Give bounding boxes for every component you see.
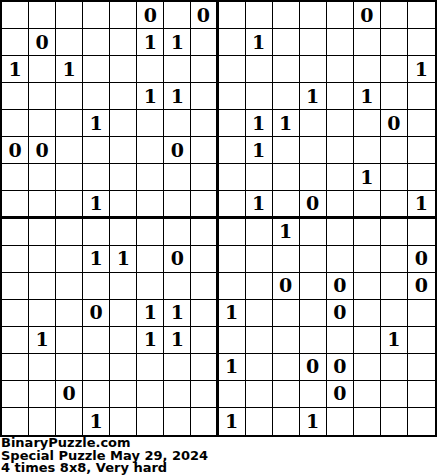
empty-cell[interactable]	[83, 29, 110, 56]
given-cell: 1	[273, 110, 300, 137]
empty-cell[interactable]	[219, 381, 246, 408]
empty-cell[interactable]	[273, 408, 300, 435]
empty-cell[interactable]	[354, 354, 381, 381]
empty-cell[interactable]	[408, 2, 435, 29]
given-cell: 1	[381, 327, 408, 354]
given-cell: 1	[29, 327, 56, 354]
empty-cell[interactable]	[83, 83, 110, 110]
empty-cell[interactable]	[219, 56, 246, 83]
empty-cell[interactable]	[56, 408, 83, 435]
empty-cell[interactable]	[327, 56, 354, 83]
empty-cell[interactable]	[381, 273, 408, 300]
empty-cell[interactable]	[137, 246, 164, 273]
empty-cell[interactable]	[191, 164, 218, 191]
empty-cell[interactable]	[408, 164, 435, 191]
empty-cell[interactable]	[300, 56, 327, 83]
empty-cell[interactable]	[327, 83, 354, 110]
empty-cell[interactable]	[2, 300, 29, 327]
empty-cell[interactable]	[219, 110, 246, 137]
empty-cell[interactable]	[246, 83, 273, 110]
empty-cell[interactable]	[29, 2, 56, 29]
empty-cell[interactable]	[110, 137, 137, 164]
empty-cell[interactable]	[300, 273, 327, 300]
empty-cell[interactable]	[381, 408, 408, 435]
empty-cell[interactable]	[110, 300, 137, 327]
empty-cell[interactable]	[381, 29, 408, 56]
empty-cell[interactable]	[327, 246, 354, 273]
given-cell: 1	[354, 83, 381, 110]
empty-cell[interactable]	[29, 219, 56, 246]
empty-cell[interactable]	[2, 354, 29, 381]
empty-cell[interactable]	[408, 83, 435, 110]
given-cell: 0	[354, 2, 381, 29]
empty-cell[interactable]	[300, 110, 327, 137]
empty-cell[interactable]	[83, 2, 110, 29]
empty-cell[interactable]	[191, 219, 218, 246]
empty-cell[interactable]	[219, 246, 246, 273]
empty-cell[interactable]	[83, 273, 110, 300]
given-cell: 0	[137, 2, 164, 29]
given-cell: 1	[219, 300, 246, 327]
given-cell: 0	[273, 273, 300, 300]
empty-cell[interactable]	[2, 164, 29, 191]
given-cell: 1	[83, 246, 110, 273]
empty-cell[interactable]	[381, 246, 408, 273]
given-cell: 0	[408, 246, 435, 273]
empty-cell[interactable]	[56, 83, 83, 110]
empty-cell[interactable]	[354, 29, 381, 56]
empty-cell[interactable]	[56, 2, 83, 29]
given-cell: 0	[327, 354, 354, 381]
empty-cell[interactable]	[381, 219, 408, 246]
empty-cell[interactable]	[273, 246, 300, 273]
empty-cell[interactable]	[219, 191, 246, 218]
empty-cell[interactable]	[408, 300, 435, 327]
given-cell: 1	[219, 354, 246, 381]
empty-cell[interactable]	[56, 354, 83, 381]
empty-cell[interactable]	[2, 29, 29, 56]
empty-cell[interactable]	[381, 83, 408, 110]
given-cell: 1	[273, 219, 300, 246]
given-cell: 1	[408, 191, 435, 218]
empty-cell[interactable]	[110, 327, 137, 354]
given-cell: 0	[29, 137, 56, 164]
empty-cell[interactable]	[354, 137, 381, 164]
empty-cell[interactable]	[110, 83, 137, 110]
empty-cell[interactable]	[29, 354, 56, 381]
given-cell: 0	[164, 246, 191, 273]
empty-cell[interactable]	[83, 137, 110, 164]
empty-cell[interactable]	[2, 327, 29, 354]
given-cell: 0	[83, 300, 110, 327]
given-cell: 1	[300, 83, 327, 110]
empty-cell[interactable]	[354, 56, 381, 83]
empty-cell[interactable]	[219, 2, 246, 29]
binary-puzzle-board: 0000111111111111100001111011110000001110…	[0, 0, 437, 437]
empty-cell[interactable]	[137, 56, 164, 83]
empty-cell[interactable]	[56, 191, 83, 218]
empty-cell[interactable]	[300, 219, 327, 246]
empty-cell[interactable]	[300, 2, 327, 29]
empty-cell[interactable]	[29, 300, 56, 327]
given-cell: 1	[164, 300, 191, 327]
empty-cell[interactable]	[354, 381, 381, 408]
given-cell: 0	[327, 381, 354, 408]
empty-cell[interactable]	[219, 327, 246, 354]
empty-cell[interactable]	[29, 246, 56, 273]
given-cell: 0	[164, 137, 191, 164]
empty-cell[interactable]	[354, 246, 381, 273]
empty-cell[interactable]	[246, 273, 273, 300]
empty-cell[interactable]	[83, 219, 110, 246]
empty-cell[interactable]	[110, 273, 137, 300]
given-cell: 1	[164, 83, 191, 110]
empty-cell[interactable]	[246, 246, 273, 273]
empty-cell[interactable]	[300, 137, 327, 164]
empty-cell[interactable]	[83, 354, 110, 381]
empty-cell[interactable]	[83, 56, 110, 83]
empty-cell[interactable]	[408, 110, 435, 137]
given-cell: 1	[164, 327, 191, 354]
empty-cell[interactable]	[110, 110, 137, 137]
empty-cell[interactable]	[327, 29, 354, 56]
empty-cell[interactable]	[327, 164, 354, 191]
given-cell: 0	[56, 381, 83, 408]
empty-cell[interactable]	[273, 381, 300, 408]
given-cell: 1	[2, 56, 29, 83]
empty-cell[interactable]	[300, 381, 327, 408]
given-cell: 1	[83, 408, 110, 435]
empty-cell[interactable]	[327, 137, 354, 164]
empty-cell[interactable]	[29, 110, 56, 137]
empty-cell[interactable]	[408, 327, 435, 354]
empty-cell[interactable]	[2, 2, 29, 29]
empty-cell[interactable]	[110, 354, 137, 381]
given-cell: 1	[408, 56, 435, 83]
empty-cell[interactable]	[110, 381, 137, 408]
empty-cell[interactable]	[164, 354, 191, 381]
given-cell: 1	[246, 191, 273, 218]
empty-cell[interactable]	[273, 300, 300, 327]
empty-cell[interactable]	[246, 2, 273, 29]
empty-cell[interactable]	[110, 2, 137, 29]
empty-cell[interactable]	[137, 137, 164, 164]
given-cell: 1	[137, 29, 164, 56]
empty-cell[interactable]	[56, 300, 83, 327]
empty-cell[interactable]	[137, 164, 164, 191]
empty-cell[interactable]	[381, 164, 408, 191]
given-cell: 0	[2, 137, 29, 164]
given-cell: 1	[56, 56, 83, 83]
empty-cell[interactable]	[381, 191, 408, 218]
empty-cell[interactable]	[164, 164, 191, 191]
empty-cell[interactable]	[2, 83, 29, 110]
empty-cell[interactable]	[354, 408, 381, 435]
empty-cell[interactable]	[408, 137, 435, 164]
given-cell: 1	[137, 300, 164, 327]
empty-cell[interactable]	[191, 110, 218, 137]
empty-cell[interactable]	[273, 354, 300, 381]
empty-cell[interactable]	[273, 83, 300, 110]
empty-cell[interactable]	[2, 191, 29, 218]
empty-cell[interactable]	[110, 56, 137, 83]
empty-cell[interactable]	[273, 164, 300, 191]
empty-cell[interactable]	[191, 300, 218, 327]
given-cell: 0	[191, 2, 218, 29]
empty-cell[interactable]	[300, 246, 327, 273]
empty-cell[interactable]	[381, 300, 408, 327]
empty-cell[interactable]	[381, 2, 408, 29]
empty-cell[interactable]	[219, 164, 246, 191]
given-cell: 1	[137, 327, 164, 354]
puzzle-footer: BinaryPuzzle.com Special Puzzle May 29, …	[1, 437, 436, 475]
empty-cell[interactable]	[110, 219, 137, 246]
empty-cell[interactable]	[56, 164, 83, 191]
empty-cell[interactable]	[354, 300, 381, 327]
empty-cell[interactable]	[191, 246, 218, 273]
empty-cell[interactable]	[219, 83, 246, 110]
empty-cell[interactable]	[408, 219, 435, 246]
empty-cell[interactable]	[408, 408, 435, 435]
empty-cell[interactable]	[191, 191, 218, 218]
empty-cell[interactable]	[246, 408, 273, 435]
empty-cell[interactable]	[29, 408, 56, 435]
empty-cell[interactable]	[246, 164, 273, 191]
empty-cell[interactable]	[273, 56, 300, 83]
given-cell: 1	[110, 246, 137, 273]
empty-cell[interactable]	[381, 354, 408, 381]
empty-cell[interactable]	[219, 273, 246, 300]
empty-cell[interactable]	[354, 327, 381, 354]
empty-cell[interactable]	[191, 29, 218, 56]
empty-cell[interactable]	[327, 327, 354, 354]
given-cell: 0	[381, 110, 408, 137]
empty-cell[interactable]	[327, 110, 354, 137]
empty-cell[interactable]	[56, 137, 83, 164]
empty-cell[interactable]	[137, 191, 164, 218]
empty-cell[interactable]	[327, 191, 354, 218]
empty-cell[interactable]	[191, 56, 218, 83]
empty-cell[interactable]	[273, 137, 300, 164]
empty-cell[interactable]	[164, 191, 191, 218]
empty-cell[interactable]	[164, 381, 191, 408]
empty-cell[interactable]	[110, 408, 137, 435]
empty-cell[interactable]	[300, 327, 327, 354]
given-cell: 1	[83, 110, 110, 137]
empty-cell[interactable]	[273, 2, 300, 29]
empty-cell[interactable]	[191, 408, 218, 435]
empty-cell[interactable]	[164, 408, 191, 435]
given-cell: 1	[246, 110, 273, 137]
empty-cell[interactable]	[191, 83, 218, 110]
empty-cell[interactable]	[246, 56, 273, 83]
puzzle-spec: 4 times 8x8, Very hard	[1, 462, 436, 475]
given-cell: 1	[246, 29, 273, 56]
empty-cell[interactable]	[29, 164, 56, 191]
empty-cell[interactable]	[137, 354, 164, 381]
empty-cell[interactable]	[83, 164, 110, 191]
given-cell: 1	[83, 191, 110, 218]
empty-cell[interactable]	[2, 110, 29, 137]
empty-cell[interactable]	[191, 327, 218, 354]
given-cell: 1	[246, 137, 273, 164]
empty-cell[interactable]	[381, 381, 408, 408]
empty-cell[interactable]	[56, 219, 83, 246]
empty-cell[interactable]	[354, 219, 381, 246]
empty-cell[interactable]	[83, 327, 110, 354]
empty-cell[interactable]	[56, 327, 83, 354]
empty-cell[interactable]	[327, 2, 354, 29]
empty-cell[interactable]	[110, 191, 137, 218]
empty-cell[interactable]	[219, 219, 246, 246]
empty-cell[interactable]	[29, 381, 56, 408]
empty-cell[interactable]	[29, 191, 56, 218]
given-cell: 1	[219, 408, 246, 435]
empty-cell[interactable]	[164, 2, 191, 29]
empty-cell[interactable]	[56, 29, 83, 56]
empty-cell[interactable]	[164, 56, 191, 83]
empty-cell[interactable]	[354, 191, 381, 218]
given-cell: 1	[300, 408, 327, 435]
empty-cell[interactable]	[246, 300, 273, 327]
empty-cell[interactable]	[408, 354, 435, 381]
empty-cell[interactable]	[191, 273, 218, 300]
empty-cell[interactable]	[354, 110, 381, 137]
empty-cell[interactable]	[300, 29, 327, 56]
empty-cell[interactable]	[327, 408, 354, 435]
empty-cell[interactable]	[2, 219, 29, 246]
empty-cell[interactable]	[354, 273, 381, 300]
empty-cell[interactable]	[29, 273, 56, 300]
empty-cell[interactable]	[273, 191, 300, 218]
empty-cell[interactable]	[137, 219, 164, 246]
empty-cell[interactable]	[110, 164, 137, 191]
empty-cell[interactable]	[300, 300, 327, 327]
empty-cell[interactable]	[300, 164, 327, 191]
empty-cell[interactable]	[246, 354, 273, 381]
empty-cell[interactable]	[246, 219, 273, 246]
empty-cell[interactable]	[83, 381, 110, 408]
given-cell: 0	[327, 273, 354, 300]
empty-cell[interactable]	[246, 327, 273, 354]
empty-cell[interactable]	[56, 273, 83, 300]
empty-cell[interactable]	[191, 137, 218, 164]
empty-cell[interactable]	[137, 381, 164, 408]
empty-cell[interactable]	[246, 381, 273, 408]
empty-cell[interactable]	[110, 29, 137, 56]
given-cell: 0	[327, 300, 354, 327]
empty-cell[interactable]	[273, 29, 300, 56]
empty-cell[interactable]	[2, 381, 29, 408]
empty-cell[interactable]	[2, 273, 29, 300]
empty-cell[interactable]	[408, 29, 435, 56]
given-cell: 0	[300, 354, 327, 381]
empty-cell[interactable]	[56, 246, 83, 273]
empty-cell[interactable]	[2, 408, 29, 435]
empty-cell[interactable]	[29, 56, 56, 83]
empty-cell[interactable]	[381, 56, 408, 83]
empty-cell[interactable]	[273, 327, 300, 354]
given-cell: 0	[408, 273, 435, 300]
given-cell: 1	[137, 83, 164, 110]
empty-cell[interactable]	[137, 273, 164, 300]
empty-cell[interactable]	[137, 110, 164, 137]
empty-cell[interactable]	[191, 354, 218, 381]
given-cell: 1	[354, 164, 381, 191]
given-cell: 0	[29, 29, 56, 56]
empty-cell[interactable]	[56, 110, 83, 137]
empty-cell[interactable]	[2, 246, 29, 273]
empty-cell[interactable]	[219, 137, 246, 164]
empty-cell[interactable]	[219, 29, 246, 56]
empty-cell[interactable]	[164, 110, 191, 137]
empty-cell[interactable]	[381, 137, 408, 164]
empty-cell[interactable]	[408, 381, 435, 408]
empty-cell[interactable]	[137, 408, 164, 435]
given-cell: 0	[300, 191, 327, 218]
empty-cell[interactable]	[29, 83, 56, 110]
empty-cell[interactable]	[164, 273, 191, 300]
empty-cell[interactable]	[164, 219, 191, 246]
empty-cell[interactable]	[191, 381, 218, 408]
empty-cell[interactable]	[327, 219, 354, 246]
given-cell: 1	[164, 29, 191, 56]
